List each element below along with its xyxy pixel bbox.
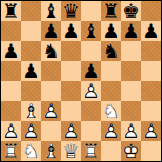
- square-e8[interactable]: [81, 1, 101, 21]
- square-a6[interactable]: ♟: [1, 41, 21, 61]
- square-b7[interactable]: [21, 21, 41, 41]
- square-a2[interactable]: ♟♙: [1, 121, 21, 141]
- square-c3[interactable]: ♟♙: [41, 101, 61, 121]
- square-g6[interactable]: [121, 41, 141, 61]
- square-h6[interactable]: [141, 41, 161, 61]
- square-f2[interactable]: ♟♙: [101, 121, 121, 141]
- square-b1[interactable]: ♞♘: [21, 141, 41, 161]
- black-rook-piece: ♜: [1, 1, 21, 21]
- white-knight-piece: ♞♘: [101, 101, 121, 121]
- square-g8[interactable]: ♚: [121, 1, 141, 21]
- black-knight-piece: ♞: [41, 41, 61, 61]
- white-rook-piece: ♜♖: [1, 141, 21, 161]
- square-b5[interactable]: ♟: [21, 61, 41, 81]
- square-g5[interactable]: [121, 61, 141, 81]
- square-f7[interactable]: ♟: [101, 21, 121, 41]
- square-a5[interactable]: [1, 61, 21, 81]
- black-pawn-piece: ♟: [1, 41, 21, 61]
- square-g3[interactable]: [121, 101, 141, 121]
- square-f1[interactable]: [101, 141, 121, 161]
- square-g7[interactable]: ♟: [121, 21, 141, 41]
- square-e3[interactable]: [81, 101, 101, 121]
- square-f8[interactable]: ♜: [101, 1, 121, 21]
- square-f4[interactable]: [101, 81, 121, 101]
- white-pawn-piece: ♟♙: [61, 121, 81, 141]
- square-g2[interactable]: ♟♙: [121, 121, 141, 141]
- square-e5[interactable]: ♟: [81, 61, 101, 81]
- square-d7[interactable]: ♟: [61, 21, 81, 41]
- square-d6[interactable]: [61, 41, 81, 61]
- black-pawn-piece: ♟: [81, 61, 101, 81]
- square-d3[interactable]: [61, 101, 81, 121]
- square-c1[interactable]: ♝♗: [41, 141, 61, 161]
- square-a4[interactable]: [1, 81, 21, 101]
- square-f5[interactable]: [101, 61, 121, 81]
- white-rook-piece: ♜♖: [81, 141, 101, 161]
- square-b4[interactable]: [21, 81, 41, 101]
- square-h8[interactable]: [141, 1, 161, 21]
- white-king-piece: ♚♔: [121, 141, 141, 161]
- white-pawn-piece: ♟♙: [121, 121, 141, 141]
- black-bishop-piece: ♝: [81, 21, 101, 41]
- square-c8[interactable]: ♝: [41, 1, 61, 21]
- black-pawn-piece: ♟: [61, 21, 81, 41]
- white-pawn-piece: ♟♙: [141, 121, 161, 141]
- square-e6[interactable]: [81, 41, 101, 61]
- white-pawn-piece: ♟♙: [1, 121, 21, 141]
- square-g1[interactable]: ♚♔: [121, 141, 141, 161]
- square-e1[interactable]: ♜♖: [81, 141, 101, 161]
- square-d5[interactable]: [61, 61, 81, 81]
- square-g4[interactable]: [121, 81, 141, 101]
- black-rook-piece: ♜: [101, 1, 121, 21]
- square-b3[interactable]: ♝♗: [21, 101, 41, 121]
- square-c4[interactable]: [41, 81, 61, 101]
- square-b2[interactable]: ♟♙: [21, 121, 41, 141]
- square-c2[interactable]: [41, 121, 61, 141]
- black-pawn-piece: ♟: [141, 21, 161, 41]
- square-h2[interactable]: ♟♙: [141, 121, 161, 141]
- square-a3[interactable]: [1, 101, 21, 121]
- black-bishop-piece: ♝: [41, 1, 61, 21]
- square-e2[interactable]: [81, 121, 101, 141]
- square-d2[interactable]: ♟♙: [61, 121, 81, 141]
- white-pawn-piece: ♟♙: [101, 121, 121, 141]
- white-knight-piece: ♞♘: [21, 141, 41, 161]
- square-c7[interactable]: ♟: [41, 21, 61, 41]
- square-h7[interactable]: ♟: [141, 21, 161, 41]
- black-king-piece: ♚: [121, 1, 141, 21]
- square-b8[interactable]: [21, 1, 41, 21]
- square-f3[interactable]: ♞♘: [101, 101, 121, 121]
- white-bishop-piece: ♝♗: [41, 141, 61, 161]
- white-pawn-piece: ♟♙: [81, 81, 101, 101]
- square-d1[interactable]: ♛♕: [61, 141, 81, 161]
- white-queen-piece: ♛♕: [61, 141, 81, 161]
- square-e7[interactable]: ♝: [81, 21, 101, 41]
- white-pawn-piece: ♟♙: [41, 101, 61, 121]
- square-d4[interactable]: [61, 81, 81, 101]
- black-pawn-piece: ♟: [41, 21, 61, 41]
- square-c5[interactable]: [41, 61, 61, 81]
- square-e4[interactable]: ♟♙: [81, 81, 101, 101]
- square-a8[interactable]: ♜: [1, 1, 21, 21]
- black-knight-piece: ♞: [101, 41, 121, 61]
- black-queen-piece: ♛: [61, 1, 81, 21]
- square-h1[interactable]: [141, 141, 161, 161]
- white-bishop-piece: ♝♗: [21, 101, 41, 121]
- square-d8[interactable]: ♛: [61, 1, 81, 21]
- square-f6[interactable]: ♞: [101, 41, 121, 61]
- black-pawn-piece: ♟: [101, 21, 121, 41]
- square-h5[interactable]: [141, 61, 161, 81]
- square-h3[interactable]: [141, 101, 161, 121]
- square-c6[interactable]: ♞: [41, 41, 61, 61]
- square-a7[interactable]: [1, 21, 21, 41]
- black-pawn-piece: ♟: [21, 61, 41, 81]
- white-pawn-piece: ♟♙: [21, 121, 41, 141]
- square-a1[interactable]: ♜♖: [1, 141, 21, 161]
- chess-board: ♜♝♛♜♚♟♟♝♟♟♟♟♞♞♟♟♟♙♝♗♟♙♞♘♟♙♟♙♟♙♟♙♟♙♟♙♜♖♞♘…: [0, 0, 162, 162]
- square-h4[interactable]: [141, 81, 161, 101]
- square-b6[interactable]: [21, 41, 41, 61]
- black-pawn-piece: ♟: [121, 21, 141, 41]
